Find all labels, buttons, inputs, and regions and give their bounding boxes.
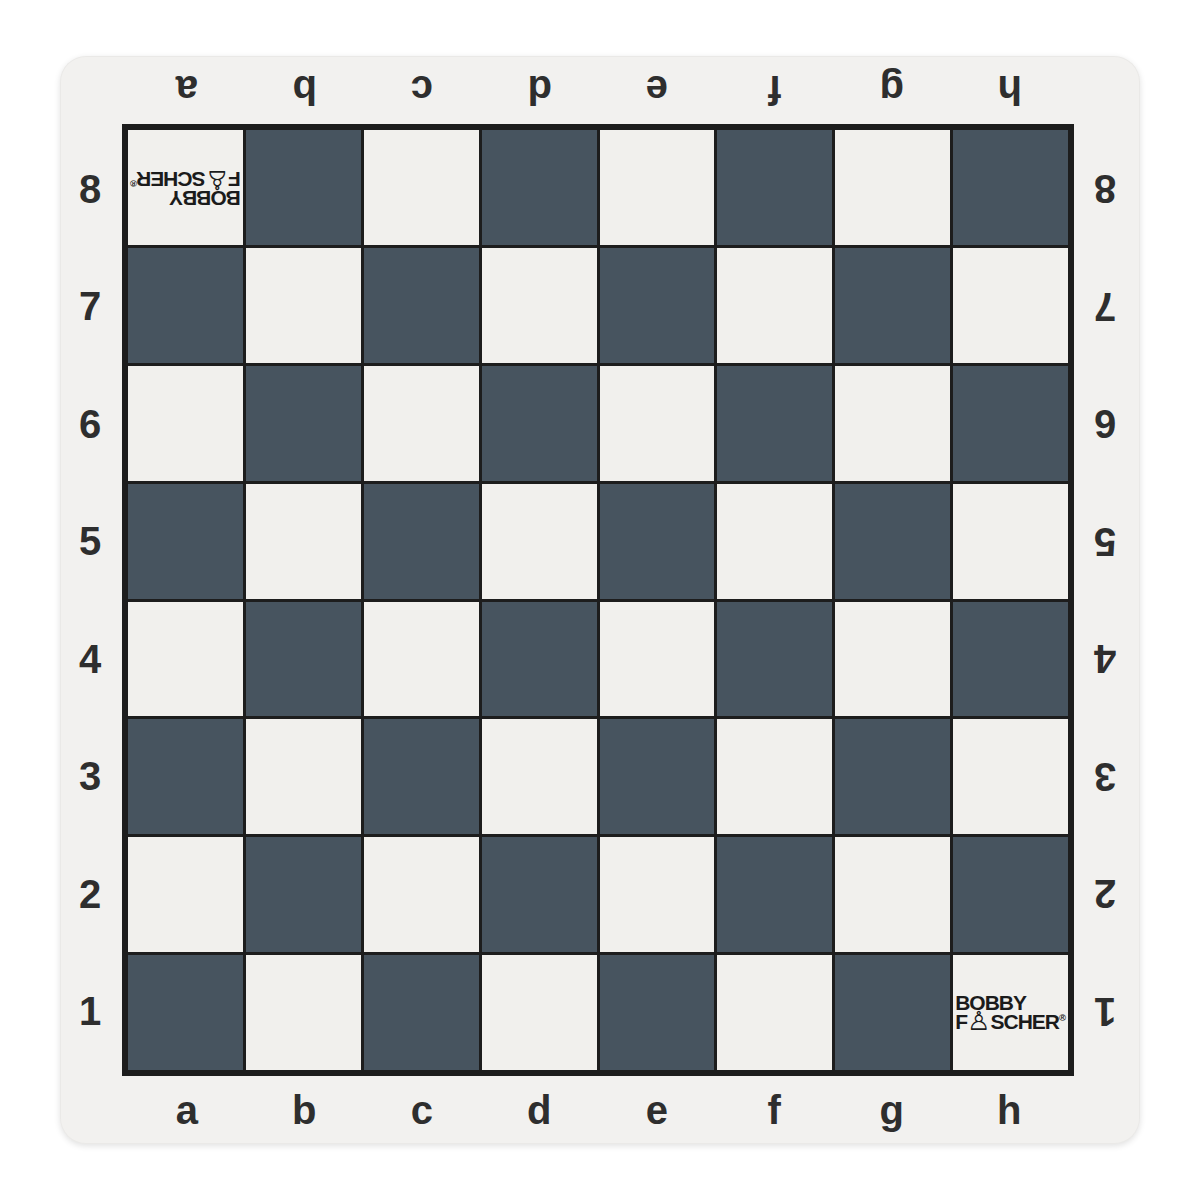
logo-line2: F♙SCHER® — [955, 1013, 1066, 1032]
square-d7[interactable] — [482, 248, 597, 363]
square-b8[interactable] — [246, 130, 361, 245]
square-g2[interactable] — [835, 837, 950, 952]
square-f3[interactable] — [717, 719, 832, 834]
square-d1[interactable] — [482, 955, 597, 1070]
square-g1[interactable] — [835, 955, 950, 1070]
square-g3[interactable] — [835, 719, 950, 834]
square-b2[interactable] — [246, 837, 361, 952]
square-g8[interactable] — [835, 130, 950, 245]
square-e6[interactable] — [600, 366, 715, 481]
square-b4[interactable] — [246, 602, 361, 717]
square-c5[interactable] — [364, 484, 479, 599]
square-e2[interactable] — [600, 837, 715, 952]
square-d6[interactable] — [482, 366, 597, 481]
square-a1[interactable] — [128, 955, 243, 1070]
square-e8[interactable] — [600, 130, 715, 245]
square-h4[interactable] — [953, 602, 1068, 717]
square-h8[interactable] — [953, 130, 1068, 245]
square-c8[interactable] — [364, 130, 479, 245]
bobby-fischer-logo: BOBBYF♙SCHER® — [130, 169, 241, 207]
square-b6[interactable] — [246, 366, 361, 481]
square-c4[interactable] — [364, 602, 479, 717]
square-a4[interactable] — [128, 602, 243, 717]
registered-mark: ® — [1059, 1012, 1066, 1023]
logo-line2: F♙SCHER® — [130, 169, 241, 188]
square-f2[interactable] — [717, 837, 832, 952]
square-a5[interactable] — [128, 484, 243, 599]
registered-mark: ® — [130, 177, 137, 188]
square-e7[interactable] — [600, 248, 715, 363]
square-h3[interactable] — [953, 719, 1068, 834]
square-h5[interactable] — [953, 484, 1068, 599]
square-g5[interactable] — [835, 484, 950, 599]
square-e4[interactable] — [600, 602, 715, 717]
square-e1[interactable] — [600, 955, 715, 1070]
square-e5[interactable] — [600, 484, 715, 599]
square-d4[interactable] — [482, 602, 597, 717]
square-f6[interactable] — [717, 366, 832, 481]
square-h6[interactable] — [953, 366, 1068, 481]
square-d5[interactable] — [482, 484, 597, 599]
square-f4[interactable] — [717, 602, 832, 717]
square-f7[interactable] — [717, 248, 832, 363]
square-a2[interactable] — [128, 837, 243, 952]
square-c3[interactable] — [364, 719, 479, 834]
square-g7[interactable] — [835, 248, 950, 363]
square-h7[interactable] — [953, 248, 1068, 363]
square-b3[interactable] — [246, 719, 361, 834]
square-a8[interactable]: BOBBYF♙SCHER® — [128, 130, 243, 245]
square-f8[interactable] — [717, 130, 832, 245]
square-c1[interactable] — [364, 955, 479, 1070]
chess-board: BOBBYF♙SCHER®BOBBYF♙SCHER® — [122, 124, 1074, 1076]
square-d8[interactable] — [482, 130, 597, 245]
bobby-fischer-logo: BOBBYF♙SCHER® — [955, 994, 1066, 1032]
square-h2[interactable] — [953, 837, 1068, 952]
square-b5[interactable] — [246, 484, 361, 599]
square-f1[interactable] — [717, 955, 832, 1070]
square-e3[interactable] — [600, 719, 715, 834]
square-b1[interactable] — [246, 955, 361, 1070]
square-a3[interactable] — [128, 719, 243, 834]
square-a6[interactable] — [128, 366, 243, 481]
square-b7[interactable] — [246, 248, 361, 363]
square-f5[interactable] — [717, 484, 832, 599]
square-h1[interactable]: BOBBYF♙SCHER® — [953, 955, 1068, 1070]
square-c7[interactable] — [364, 248, 479, 363]
square-c2[interactable] — [364, 837, 479, 952]
square-a7[interactable] — [128, 248, 243, 363]
square-d3[interactable] — [482, 719, 597, 834]
square-g6[interactable] — [835, 366, 950, 481]
page: BOBBYF♙SCHER®BOBBYF♙SCHER® abcdefgh abcd… — [0, 0, 1200, 1200]
square-c6[interactable] — [364, 366, 479, 481]
square-g4[interactable] — [835, 602, 950, 717]
square-d2[interactable] — [482, 837, 597, 952]
